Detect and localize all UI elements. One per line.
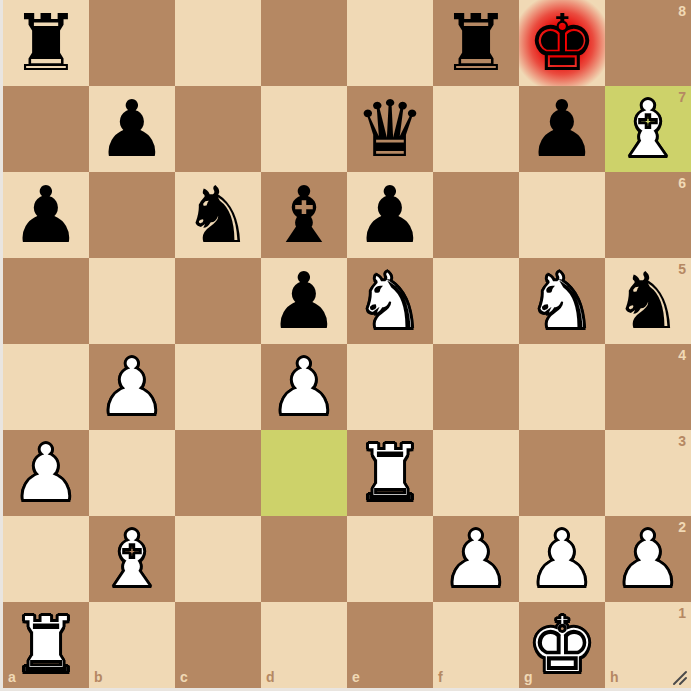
square-a4[interactable]	[3, 344, 89, 430]
square-b6[interactable]	[89, 172, 175, 258]
square-h8[interactable]: 8	[605, 0, 691, 86]
square-g6[interactable]	[519, 172, 605, 258]
square-g1[interactable]: ♚g	[519, 602, 605, 688]
white-pawn-b4[interactable]: ♟	[89, 344, 175, 430]
square-g8[interactable]: ♚	[519, 0, 605, 86]
white-knight-e5[interactable]: ♞	[347, 258, 433, 344]
black-king-g8[interactable]: ♚	[519, 0, 605, 86]
square-c7[interactable]	[175, 86, 261, 172]
square-b4[interactable]: ♟	[89, 344, 175, 430]
square-d5[interactable]: ♟	[261, 258, 347, 344]
square-f4[interactable]	[433, 344, 519, 430]
square-c6[interactable]: ♞	[175, 172, 261, 258]
square-f5[interactable]	[433, 258, 519, 344]
black-queen-e7[interactable]: ♛	[347, 86, 433, 172]
square-b8[interactable]	[89, 0, 175, 86]
black-bishop-d6[interactable]: ♝	[261, 172, 347, 258]
square-d8[interactable]	[261, 0, 347, 86]
square-f1[interactable]: f	[433, 602, 519, 688]
square-e2[interactable]	[347, 516, 433, 602]
resize-handle-icon	[671, 669, 689, 687]
square-e4[interactable]	[347, 344, 433, 430]
rank-label-3: 3	[678, 434, 686, 448]
square-d3[interactable]	[261, 430, 347, 516]
white-rook-e3[interactable]: ♜	[347, 430, 433, 516]
white-pawn-f2[interactable]: ♟	[433, 516, 519, 602]
black-rook-f8[interactable]: ♜	[433, 0, 519, 86]
black-rook-a8[interactable]: ♜	[3, 0, 89, 86]
file-label-f: f	[438, 670, 443, 684]
chess-board: ♜♜♚8♟♛♟♝7♟♞♝♟6♟♞♞♞5♟♟4♟♜3♝♟♟♟2♜abcdef♚g1…	[3, 0, 691, 688]
square-g2[interactable]: ♟	[519, 516, 605, 602]
square-a8[interactable]: ♜	[3, 0, 89, 86]
file-label-b: b	[94, 670, 103, 684]
square-c8[interactable]	[175, 0, 261, 86]
white-pawn-d4[interactable]: ♟	[261, 344, 347, 430]
square-d4[interactable]: ♟	[261, 344, 347, 430]
square-d7[interactable]	[261, 86, 347, 172]
square-b5[interactable]	[89, 258, 175, 344]
rank-label-8: 8	[678, 4, 686, 18]
square-a6[interactable]: ♟	[3, 172, 89, 258]
file-label-c: c	[180, 670, 188, 684]
square-h2[interactable]: ♟2	[605, 516, 691, 602]
white-king-g1[interactable]: ♚	[519, 602, 605, 688]
rank-label-1: 1	[678, 606, 686, 620]
square-f2[interactable]: ♟	[433, 516, 519, 602]
rank-label-6: 6	[678, 176, 686, 190]
white-bishop-b2[interactable]: ♝	[89, 516, 175, 602]
square-g7[interactable]: ♟	[519, 86, 605, 172]
black-knight-c6[interactable]: ♞	[175, 172, 261, 258]
square-b1[interactable]: b	[89, 602, 175, 688]
white-pawn-h2[interactable]: ♟	[605, 516, 691, 602]
square-a5[interactable]	[3, 258, 89, 344]
black-knight-h5[interactable]: ♞	[605, 258, 691, 344]
black-pawn-d5[interactable]: ♟	[261, 258, 347, 344]
resize-handle[interactable]	[671, 669, 689, 687]
black-pawn-e6[interactable]: ♟	[347, 172, 433, 258]
black-pawn-a6[interactable]: ♟	[3, 172, 89, 258]
square-b3[interactable]	[89, 430, 175, 516]
square-e3[interactable]: ♜	[347, 430, 433, 516]
file-label-d: d	[266, 670, 275, 684]
square-e5[interactable]: ♞	[347, 258, 433, 344]
square-h4[interactable]: 4	[605, 344, 691, 430]
square-f3[interactable]	[433, 430, 519, 516]
square-e6[interactable]: ♟	[347, 172, 433, 258]
black-pawn-g7[interactable]: ♟	[519, 86, 605, 172]
square-c4[interactable]	[175, 344, 261, 430]
white-pawn-a3[interactable]: ♟	[3, 430, 89, 516]
file-label-h: h	[610, 670, 619, 684]
rank-label-4: 4	[678, 348, 686, 362]
square-c2[interactable]	[175, 516, 261, 602]
square-c3[interactable]	[175, 430, 261, 516]
square-a7[interactable]	[3, 86, 89, 172]
white-rook-a1[interactable]: ♜	[3, 602, 89, 688]
chess-board-panel: ♜♜♚8♟♛♟♝7♟♞♝♟6♟♞♞♞5♟♟4♟♜3♝♟♟♟2♜abcdef♚g1…	[0, 0, 691, 691]
square-e7[interactable]: ♛	[347, 86, 433, 172]
square-f8[interactable]: ♜	[433, 0, 519, 86]
square-b2[interactable]: ♝	[89, 516, 175, 602]
square-b7[interactable]: ♟	[89, 86, 175, 172]
square-d2[interactable]	[261, 516, 347, 602]
square-e1[interactable]: e	[347, 602, 433, 688]
white-pawn-g2[interactable]: ♟	[519, 516, 605, 602]
square-e8[interactable]	[347, 0, 433, 86]
file-label-e: e	[352, 670, 360, 684]
square-h5[interactable]: ♞5	[605, 258, 691, 344]
white-bishop-h7[interactable]: ♝	[605, 86, 691, 172]
black-pawn-b7[interactable]: ♟	[89, 86, 175, 172]
square-g3[interactable]	[519, 430, 605, 516]
white-knight-g5[interactable]: ♞	[519, 258, 605, 344]
square-d1[interactable]: d	[261, 602, 347, 688]
square-c5[interactable]	[175, 258, 261, 344]
square-a3[interactable]: ♟	[3, 430, 89, 516]
square-h3[interactable]: 3	[605, 430, 691, 516]
square-f6[interactable]	[433, 172, 519, 258]
square-f7[interactable]	[433, 86, 519, 172]
square-a1[interactable]: ♜a	[3, 602, 89, 688]
square-h6[interactable]: 6	[605, 172, 691, 258]
square-g5[interactable]: ♞	[519, 258, 605, 344]
square-h7[interactable]: ♝7	[605, 86, 691, 172]
square-d6[interactable]: ♝	[261, 172, 347, 258]
square-c1[interactable]: c	[175, 602, 261, 688]
square-a2[interactable]	[3, 516, 89, 602]
square-g4[interactable]	[519, 344, 605, 430]
